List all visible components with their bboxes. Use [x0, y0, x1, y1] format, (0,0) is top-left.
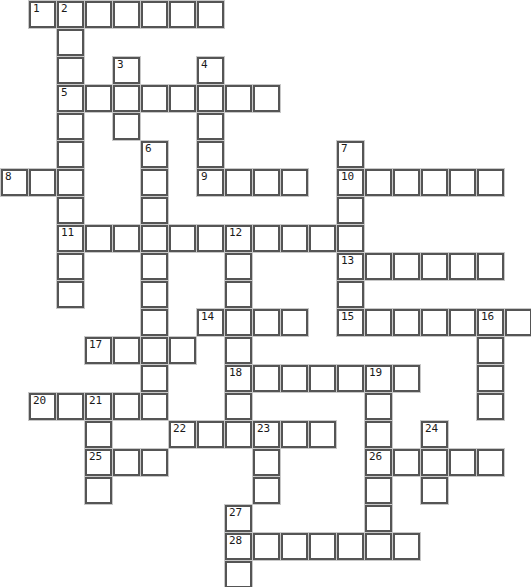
clue-number: 22 — [173, 423, 186, 435]
grid-cell[interactable]: 23 — [253, 421, 280, 448]
grid-cell[interactable] — [365, 309, 392, 336]
crossword-grid: 1234567891011121314151617181920212223242… — [0, 0, 531, 587]
grid-cell[interactable] — [225, 393, 252, 420]
grid-cell[interactable] — [197, 225, 224, 252]
clue-number: 1 — [33, 3, 40, 15]
clue-number: 9 — [201, 171, 208, 183]
grid-cell[interactable] — [477, 169, 504, 196]
clue-number: 18 — [229, 367, 242, 379]
clue-number: 14 — [201, 311, 214, 323]
clue-number: 12 — [229, 227, 242, 239]
grid-cell[interactable]: 25 — [85, 449, 112, 476]
grid-cell[interactable] — [253, 85, 280, 112]
grid-cell[interactable] — [141, 393, 168, 420]
grid-cell[interactable] — [281, 169, 308, 196]
grid-cell[interactable] — [421, 169, 448, 196]
grid-cell[interactable] — [141, 337, 168, 364]
grid-cell[interactable] — [85, 85, 112, 112]
grid-cell[interactable]: 3 — [113, 57, 140, 84]
grid-cell[interactable]: 14 — [197, 309, 224, 336]
grid-cell[interactable] — [421, 309, 448, 336]
grid-cell[interactable] — [477, 365, 504, 392]
grid-cell[interactable] — [393, 309, 420, 336]
grid-cell[interactable] — [141, 281, 168, 308]
grid-cell[interactable] — [57, 113, 84, 140]
grid-cell[interactable] — [281, 533, 308, 560]
grid-cell[interactable] — [57, 57, 84, 84]
grid-cell[interactable] — [169, 1, 196, 28]
grid-cell[interactable] — [57, 169, 84, 196]
grid-cell[interactable] — [393, 449, 420, 476]
grid-cell[interactable] — [57, 281, 84, 308]
grid-cell[interactable] — [57, 197, 84, 224]
grid-cell[interactable] — [141, 365, 168, 392]
grid-cell[interactable]: 22 — [169, 421, 196, 448]
grid-cell[interactable] — [141, 197, 168, 224]
grid-cell[interactable] — [477, 253, 504, 280]
grid-cell[interactable] — [337, 281, 364, 308]
grid-cell[interactable] — [337, 365, 364, 392]
grid-cell[interactable] — [197, 113, 224, 140]
clue-number: 28 — [229, 535, 242, 547]
grid-cell[interactable]: 17 — [85, 337, 112, 364]
grid-cell[interactable] — [253, 169, 280, 196]
grid-cell[interactable]: 5 — [57, 85, 84, 112]
grid-cell[interactable] — [281, 365, 308, 392]
grid-cell[interactable] — [113, 1, 140, 28]
clue-number: 27 — [229, 507, 242, 519]
clue-number: 3 — [117, 59, 124, 71]
clue-number: 6 — [145, 143, 152, 155]
grid-cell[interactable] — [477, 449, 504, 476]
grid-cell[interactable] — [85, 225, 112, 252]
clue-number: 23 — [257, 423, 270, 435]
grid-cell[interactable] — [449, 309, 476, 336]
clue-number: 8 — [5, 171, 12, 183]
clue-number: 13 — [341, 255, 354, 267]
grid-cell[interactable] — [225, 281, 252, 308]
grid-cell[interactable] — [57, 393, 84, 420]
grid-cell[interactable]: 28 — [225, 533, 252, 560]
grid-cell[interactable]: 9 — [197, 169, 224, 196]
grid-cell[interactable] — [57, 253, 84, 280]
grid-cell[interactable] — [393, 365, 420, 392]
clue-number: 25 — [89, 451, 102, 463]
grid-cell[interactable] — [393, 169, 420, 196]
grid-cell[interactable] — [197, 1, 224, 28]
grid-cell[interactable] — [85, 1, 112, 28]
grid-cell[interactable] — [309, 365, 336, 392]
grid-cell[interactable] — [141, 85, 168, 112]
grid-cell[interactable] — [141, 1, 168, 28]
clue-number: 2 — [61, 3, 68, 15]
grid-cell[interactable] — [309, 225, 336, 252]
grid-cell[interactable] — [225, 561, 252, 587]
grid-cell[interactable] — [477, 393, 504, 420]
grid-cell[interactable] — [421, 477, 448, 504]
grid-cell[interactable] — [365, 393, 392, 420]
clue-number: 4 — [201, 59, 208, 71]
grid-cell[interactable]: 15 — [337, 309, 364, 336]
grid-cell[interactable] — [337, 533, 364, 560]
grid-cell[interactable] — [449, 253, 476, 280]
clue-number: 7 — [341, 143, 348, 155]
grid-cell[interactable] — [393, 533, 420, 560]
grid-cell[interactable] — [449, 449, 476, 476]
grid-cell[interactable] — [141, 169, 168, 196]
grid-cell[interactable] — [421, 253, 448, 280]
grid-cell[interactable]: 4 — [197, 57, 224, 84]
grid-cell[interactable] — [85, 421, 112, 448]
clue-number: 24 — [425, 423, 438, 435]
grid-cell[interactable]: 12 — [225, 225, 252, 252]
clue-number: 5 — [61, 87, 68, 99]
grid-cell[interactable]: 10 — [337, 169, 364, 196]
grid-cell[interactable] — [225, 337, 252, 364]
grid-cell[interactable]: 27 — [225, 505, 252, 532]
grid-cell[interactable]: 11 — [57, 225, 84, 252]
grid-cell[interactable] — [421, 449, 448, 476]
grid-cell[interactable] — [365, 169, 392, 196]
grid-cell[interactable] — [337, 197, 364, 224]
grid-cell[interactable] — [225, 421, 252, 448]
grid-cell[interactable] — [281, 309, 308, 336]
grid-cell[interactable] — [393, 253, 420, 280]
grid-cell[interactable] — [113, 449, 140, 476]
grid-cell[interactable]: 1 — [29, 1, 56, 28]
clue-number: 11 — [61, 227, 74, 239]
grid-cell[interactable] — [141, 253, 168, 280]
grid-cell[interactable] — [29, 169, 56, 196]
clue-number: 20 — [33, 395, 46, 407]
grid-cell[interactable]: 19 — [365, 365, 392, 392]
grid-cell[interactable] — [505, 309, 531, 336]
grid-cell[interactable] — [253, 365, 280, 392]
grid-cell[interactable]: 6 — [141, 141, 168, 168]
clue-number: 15 — [341, 311, 354, 323]
grid-cell[interactable] — [309, 421, 336, 448]
grid-cell[interactable] — [225, 169, 252, 196]
grid-cell[interactable] — [477, 337, 504, 364]
clue-number: 19 — [369, 367, 382, 379]
clue-number: 10 — [341, 171, 354, 183]
grid-cell[interactable] — [141, 309, 168, 336]
grid-cell[interactable] — [365, 505, 392, 532]
grid-cell[interactable] — [197, 85, 224, 112]
grid-cell[interactable]: 16 — [477, 309, 504, 336]
grid-cell[interactable] — [225, 253, 252, 280]
clue-number: 21 — [89, 395, 102, 407]
grid-cell[interactable] — [253, 225, 280, 252]
grid-cell[interactable] — [141, 449, 168, 476]
grid-cell[interactable] — [253, 309, 280, 336]
grid-cell[interactable] — [365, 477, 392, 504]
grid-cell[interactable] — [253, 449, 280, 476]
grid-cell[interactable] — [169, 85, 196, 112]
grid-cell[interactable]: 24 — [421, 421, 448, 448]
grid-cell[interactable] — [225, 85, 252, 112]
grid-cell[interactable] — [225, 309, 252, 336]
grid-cell[interactable] — [113, 113, 140, 140]
grid-cell[interactable]: 26 — [365, 449, 392, 476]
grid-cell[interactable] — [113, 393, 140, 420]
grid-cell[interactable] — [197, 141, 224, 168]
grid-cell[interactable] — [365, 533, 392, 560]
grid-cell[interactable]: 13 — [337, 253, 364, 280]
clue-number: 26 — [369, 451, 382, 463]
grid-cell[interactable] — [113, 85, 140, 112]
grid-cell[interactable] — [57, 141, 84, 168]
grid-cell[interactable] — [253, 477, 280, 504]
grid-cell[interactable] — [141, 225, 168, 252]
grid-cell[interactable] — [169, 337, 196, 364]
grid-cell[interactable] — [281, 225, 308, 252]
grid-cell[interactable] — [253, 533, 280, 560]
grid-cell[interactable] — [281, 421, 308, 448]
grid-cell[interactable] — [113, 337, 140, 364]
grid-cell[interactable]: 18 — [225, 365, 252, 392]
grid-cell[interactable]: 21 — [85, 393, 112, 420]
clue-number: 16 — [481, 311, 494, 323]
grid-cell[interactable]: 7 — [337, 141, 364, 168]
grid-cell[interactable] — [365, 421, 392, 448]
grid-cell[interactable] — [449, 169, 476, 196]
grid-cell[interactable]: 2 — [57, 1, 84, 28]
grid-cell[interactable] — [365, 253, 392, 280]
grid-cell[interactable] — [337, 225, 364, 252]
grid-cell[interactable] — [309, 533, 336, 560]
grid-cell[interactable]: 20 — [29, 393, 56, 420]
grid-cell[interactable] — [169, 225, 196, 252]
grid-cell[interactable] — [85, 477, 112, 504]
clue-number: 17 — [89, 339, 102, 351]
grid-cell[interactable] — [113, 225, 140, 252]
grid-cell[interactable] — [57, 29, 84, 56]
grid-cell[interactable]: 8 — [1, 169, 28, 196]
grid-cell[interactable] — [197, 421, 224, 448]
